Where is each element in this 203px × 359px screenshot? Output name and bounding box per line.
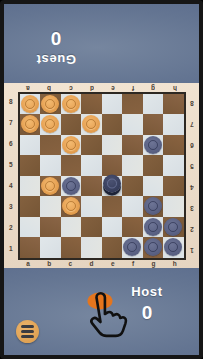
square-g4[interactable] — [143, 176, 164, 197]
square-b6[interactable] — [40, 135, 61, 156]
square-f3[interactable] — [122, 196, 143, 217]
square-b5[interactable] — [40, 155, 61, 176]
square-c3[interactable] — [61, 196, 82, 217]
coord-label-2: 2 — [9, 225, 13, 232]
coord-label-e: e — [111, 84, 115, 91]
coord-label-b: b — [47, 84, 51, 91]
guest-bar: Guest 0 — [4, 4, 199, 83]
square-b4[interactable] — [40, 176, 61, 197]
square-f7[interactable] — [122, 114, 143, 135]
square-e6[interactable] — [102, 135, 123, 156]
coord-label-4: 4 — [9, 183, 13, 190]
hamburger-menu-button[interactable] — [16, 320, 39, 343]
coord-label-1: 1 — [190, 246, 194, 253]
navy-man-g3[interactable] — [144, 197, 162, 215]
square-h4[interactable] — [163, 176, 184, 197]
rank-labels-right: 87654321 — [186, 92, 200, 260]
coord-label-g: g — [151, 261, 155, 268]
coord-label-h: h — [173, 261, 177, 268]
coord-label-4: 4 — [190, 183, 194, 190]
square-d6[interactable] — [81, 135, 102, 156]
square-c8[interactable] — [61, 94, 82, 115]
coord-label-6: 6 — [190, 141, 194, 148]
guest-bar-rotated-content: Guest 0 — [4, 4, 199, 83]
square-g2[interactable] — [143, 217, 164, 238]
square-f8[interactable] — [122, 94, 143, 115]
square-a2[interactable] — [20, 217, 41, 238]
square-c4[interactable] — [61, 176, 82, 197]
coord-label-h: h — [173, 84, 177, 91]
file-labels-bottom: abcdefgh — [18, 260, 186, 269]
orange-man-a7[interactable] — [21, 115, 39, 133]
square-g1[interactable] — [143, 237, 164, 258]
square-d1[interactable] — [81, 237, 102, 258]
coord-label-5: 5 — [9, 162, 13, 169]
tap-hand-icon — [76, 288, 128, 346]
square-e4[interactable] — [102, 176, 123, 197]
coord-label-8: 8 — [190, 99, 194, 106]
hamburger-line — [21, 330, 34, 333]
square-e8[interactable] — [102, 94, 123, 115]
coord-label-c: c — [69, 261, 73, 268]
coord-label-e: e — [111, 261, 115, 268]
square-b8[interactable] — [40, 94, 61, 115]
board-grid: ︵ ︵ — [18, 92, 186, 260]
square-e5[interactable] — [102, 155, 123, 176]
orange-man-a8[interactable] — [21, 95, 39, 113]
board-frame: abcdefgh 87654321 ︵ ︵ 87654321 abcdefgh — [4, 83, 199, 268]
square-h7[interactable] — [163, 114, 184, 135]
square-f5[interactable] — [122, 155, 143, 176]
square-e1[interactable] — [102, 237, 123, 258]
navy-man-g6[interactable] — [144, 136, 162, 154]
square-c2[interactable] — [61, 217, 82, 238]
square-d2[interactable] — [81, 217, 102, 238]
square-b7[interactable] — [40, 114, 61, 135]
square-a6[interactable] — [20, 135, 41, 156]
file-labels-top: abcdefgh — [18, 83, 186, 92]
square-c1[interactable] — [61, 237, 82, 258]
square-a8[interactable] — [20, 94, 41, 115]
square-d7[interactable] — [81, 114, 102, 135]
navy-king-e4[interactable] — [103, 174, 121, 192]
square-e7[interactable] — [102, 114, 123, 135]
square-g3[interactable] — [143, 196, 164, 217]
coord-label-f: f — [132, 84, 134, 91]
navy-man-f1[interactable] — [123, 238, 141, 256]
orange-man-c8[interactable] — [62, 95, 80, 113]
square-h8[interactable] — [163, 94, 184, 115]
coord-label-3: 3 — [9, 204, 13, 211]
square-a1[interactable] — [20, 237, 41, 258]
square-g8[interactable] — [143, 94, 164, 115]
coord-label-2: 2 — [190, 225, 194, 232]
guest-panel: Guest 0 — [18, 27, 94, 67]
square-a3[interactable] — [20, 196, 41, 217]
coord-label-f: f — [132, 261, 134, 268]
square-f2[interactable] — [122, 217, 143, 238]
square-b2[interactable] — [40, 217, 61, 238]
square-d4[interactable] — [81, 176, 102, 197]
square-f1[interactable] — [122, 237, 143, 258]
coord-label-c: c — [69, 84, 73, 91]
coord-label-7: 7 — [190, 120, 194, 127]
square-a5[interactable] — [20, 155, 41, 176]
coord-label-5: 5 — [190, 162, 194, 169]
square-e3[interactable] — [102, 196, 123, 217]
hamburger-line — [21, 325, 34, 328]
square-f4[interactable] — [122, 176, 143, 197]
host-bar: Host 0 — [4, 268, 199, 355]
navy-man-c4[interactable] — [62, 177, 80, 195]
navy-man-g2[interactable] — [144, 218, 162, 236]
coord-label-3: 3 — [190, 204, 194, 211]
square-e2[interactable] — [102, 217, 123, 238]
square-b3[interactable] — [40, 196, 61, 217]
square-b1[interactable] — [40, 237, 61, 258]
rank-labels-left: 87654321 — [4, 92, 18, 260]
square-f6[interactable] — [122, 135, 143, 156]
coord-label-b: b — [47, 261, 51, 268]
square-g7[interactable] — [143, 114, 164, 135]
navy-man-g1[interactable] — [144, 238, 162, 256]
square-h6[interactable] — [163, 135, 184, 156]
square-g5[interactable] — [143, 155, 164, 176]
guest-score: 0 — [18, 27, 94, 49]
square-h2[interactable] — [163, 217, 184, 238]
square-d8[interactable] — [81, 94, 102, 115]
orange-man-b7[interactable] — [41, 115, 59, 133]
coord-label-a: a — [26, 261, 30, 268]
hamburger-line — [21, 335, 34, 338]
orange-man-b8[interactable] — [41, 95, 59, 113]
square-h1[interactable] — [163, 237, 184, 258]
orange-man-d7[interactable] — [82, 115, 100, 133]
square-g6[interactable] — [143, 135, 164, 156]
square-c6[interactable] — [61, 135, 82, 156]
game-screen: Guest 0 abcdefgh 87654321 ︵ ︵ — [4, 4, 199, 355]
navy-man-h2[interactable] — [164, 218, 182, 236]
coord-label-7: 7 — [9, 120, 13, 127]
orange-man-b4[interactable] — [41, 177, 59, 195]
square-c5[interactable] — [61, 155, 82, 176]
navy-man-h1[interactable] — [164, 238, 182, 256]
guest-name-label: Guest — [18, 52, 94, 67]
square-c7[interactable] — [61, 114, 82, 135]
coord-label-6: 6 — [9, 141, 13, 148]
coord-label-g: g — [151, 84, 155, 91]
coord-label-a: a — [26, 84, 30, 91]
orange-man-c6[interactable] — [62, 136, 80, 154]
square-h5[interactable] — [163, 155, 184, 176]
orange-man-c3[interactable] — [62, 197, 80, 215]
app-window: Guest 0 abcdefgh 87654321 ︵ ︵ — [0, 0, 203, 359]
coord-label-d: d — [90, 261, 94, 268]
square-d5[interactable] — [81, 155, 102, 176]
coord-label-8: 8 — [9, 99, 13, 106]
coord-label-1: 1 — [9, 246, 13, 253]
square-a4[interactable] — [20, 176, 41, 197]
square-h3[interactable] — [163, 196, 184, 217]
square-a7[interactable] — [20, 114, 41, 135]
square-d3[interactable] — [81, 196, 102, 217]
coord-label-d: d — [90, 84, 94, 91]
